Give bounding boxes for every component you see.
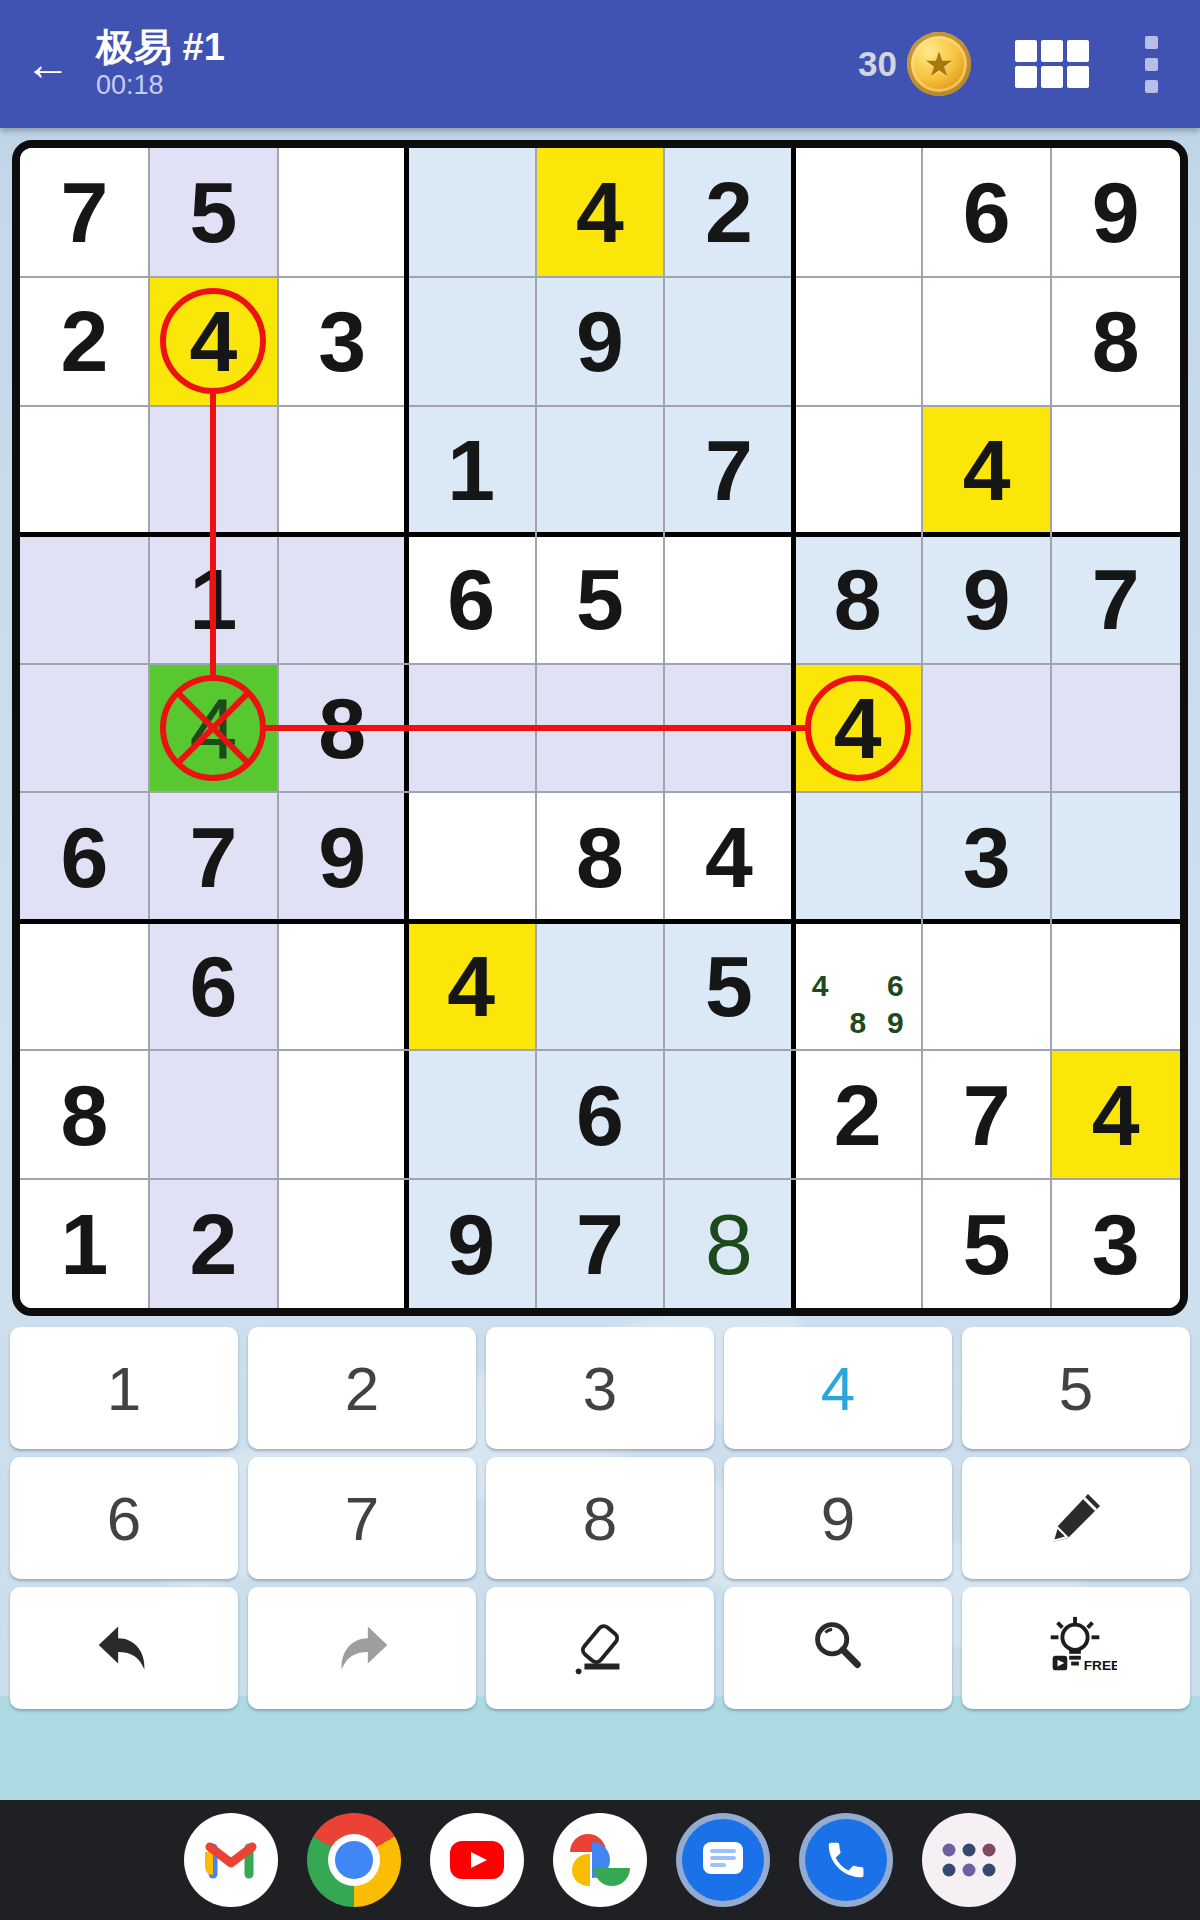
given-digit: 4 xyxy=(834,685,882,771)
cell-r5c6[interactable] xyxy=(664,664,793,793)
given-digit: 6 xyxy=(447,556,495,642)
cell-r1c9[interactable]: 9 xyxy=(1051,148,1180,277)
new-game-grid-icon[interactable] xyxy=(1015,40,1089,88)
cell-r8c9[interactable]: 4 xyxy=(1051,1050,1180,1179)
key-2[interactable]: 2 xyxy=(248,1327,476,1449)
cell-r5c3[interactable]: 8 xyxy=(278,664,407,793)
given-digit: 8 xyxy=(1092,298,1140,384)
cell-r1c5[interactable]: 4 xyxy=(536,148,665,277)
messages-icon[interactable] xyxy=(676,1813,770,1907)
back-arrow-icon: ← xyxy=(25,38,71,90)
given-digit: 8 xyxy=(834,556,882,642)
cell-r9c6[interactable]: 8 xyxy=(664,1179,793,1308)
cell-r8c7[interactable]: 2 xyxy=(793,1050,922,1179)
cell-r8c8[interactable]: 7 xyxy=(922,1050,1051,1179)
pencil-notes: 4689 xyxy=(801,929,914,1042)
given-digit: 8 xyxy=(318,685,366,771)
pencil-mode-button[interactable] xyxy=(962,1457,1190,1579)
cell-r2c6[interactable] xyxy=(664,277,793,406)
key-9[interactable]: 9 xyxy=(724,1457,952,1579)
app-drawer-dots xyxy=(943,1844,996,1877)
android-dock xyxy=(0,1800,1200,1920)
grid-line xyxy=(1050,148,1052,1308)
key-label: 8 xyxy=(583,1483,617,1554)
page-title: 极易 #1 xyxy=(96,27,225,69)
cell-r3c1[interactable] xyxy=(20,406,149,535)
app-drawer-icon[interactable] xyxy=(922,1813,1016,1907)
cell-r8c6[interactable] xyxy=(664,1050,793,1179)
cell-r9c2[interactable]: 2 xyxy=(149,1179,278,1308)
cell-r7c2[interactable]: 6 xyxy=(149,921,278,1050)
given-digit: 2 xyxy=(834,1072,882,1158)
cell-r3c2[interactable] xyxy=(149,406,278,535)
given-digit: 7 xyxy=(61,169,109,255)
cell-r2c9[interactable]: 8 xyxy=(1051,277,1180,406)
given-digit: 8 xyxy=(576,814,624,900)
cell-r3c4[interactable]: 1 xyxy=(407,406,536,535)
keypad-tools-row: FREE xyxy=(10,1587,1190,1709)
cell-r1c8[interactable]: 6 xyxy=(922,148,1051,277)
key-label: 9 xyxy=(821,1483,855,1554)
cell-r2c8[interactable] xyxy=(922,277,1051,406)
game-timer: 00:18 xyxy=(96,70,225,101)
key-5[interactable]: 5 xyxy=(962,1327,1190,1449)
cell-r8c4[interactable] xyxy=(407,1050,536,1179)
given-digit: 8 xyxy=(61,1072,109,1158)
given-digit: 5 xyxy=(963,1201,1011,1287)
cell-r4c6[interactable] xyxy=(664,535,793,664)
grid-line xyxy=(20,791,1180,793)
youtube-play-icon xyxy=(450,1841,504,1879)
given-digit: 4 xyxy=(1092,1072,1140,1158)
chrome-icon[interactable] xyxy=(307,1813,401,1907)
given-digit: 2 xyxy=(189,1201,237,1287)
cell-r6c5[interactable]: 8 xyxy=(536,792,665,921)
given-digit: 4 xyxy=(705,814,753,900)
cell-r5c7[interactable]: 4 xyxy=(793,664,922,793)
top-app-bar: ← 极易 #1 00:18 30 ★ xyxy=(0,0,1200,128)
message-bubble-icon xyxy=(703,1842,743,1874)
key-3[interactable]: 3 xyxy=(486,1327,714,1449)
back-button[interactable]: ← xyxy=(0,37,96,91)
key-label: 3 xyxy=(583,1353,617,1424)
cell-r4c7[interactable]: 8 xyxy=(793,535,922,664)
key-7[interactable]: 7 xyxy=(248,1457,476,1579)
key-label: 6 xyxy=(107,1483,141,1554)
grid-line xyxy=(20,532,1180,537)
given-digit: 6 xyxy=(61,814,109,900)
given-digit: 5 xyxy=(189,169,237,255)
grid-line xyxy=(663,148,665,1308)
given-digit: 7 xyxy=(576,1201,624,1287)
cell-r6c4[interactable] xyxy=(407,792,536,921)
user-digit: 4 xyxy=(189,685,237,771)
keypad-row-2: 6789 xyxy=(10,1457,1190,1579)
cell-r1c4[interactable] xyxy=(407,148,536,277)
grid-line xyxy=(20,663,1180,665)
cell-r8c3[interactable] xyxy=(278,1050,407,1179)
eraser-icon xyxy=(565,1613,635,1683)
cell-r1c6[interactable]: 2 xyxy=(664,148,793,277)
cell-r9c4[interactable]: 9 xyxy=(407,1179,536,1308)
key-label: 1 xyxy=(107,1353,141,1424)
board-cells: 7542692439817416589748467984364546898627… xyxy=(20,148,1180,1308)
cell-r2c5[interactable]: 9 xyxy=(536,277,665,406)
undo-icon xyxy=(89,1613,159,1683)
phone-icon[interactable] xyxy=(799,1813,893,1907)
pencil-icon xyxy=(1044,1486,1108,1550)
given-digit: 4 xyxy=(447,943,495,1029)
cell-r7c5[interactable] xyxy=(536,921,665,1050)
cell-r1c2[interactable]: 5 xyxy=(149,148,278,277)
cell-r3c8[interactable]: 4 xyxy=(922,406,1051,535)
cell-r1c3[interactable] xyxy=(278,148,407,277)
key-6[interactable]: 6 xyxy=(10,1457,238,1579)
coin-count: 30 xyxy=(858,44,897,84)
cell-r4c1[interactable] xyxy=(20,535,149,664)
cell-r9c7[interactable] xyxy=(793,1179,922,1308)
grid-line xyxy=(20,1049,1180,1051)
given-digit: 7 xyxy=(1092,556,1140,642)
given-digit: 9 xyxy=(318,814,366,900)
given-digit: 5 xyxy=(576,556,624,642)
grid-line xyxy=(404,148,409,1308)
grid-line xyxy=(20,919,1180,924)
overflow-menu-icon[interactable] xyxy=(1145,36,1158,93)
key-8[interactable]: 8 xyxy=(486,1457,714,1579)
cell-r6c7[interactable] xyxy=(793,792,922,921)
cell-r3c5[interactable] xyxy=(536,406,665,535)
key-label: 2 xyxy=(345,1353,379,1424)
cell-r9c9[interactable]: 3 xyxy=(1051,1179,1180,1308)
sudoku-board: 7542692439817416589748467984364546898627… xyxy=(12,140,1188,1316)
given-digit: 7 xyxy=(705,427,753,513)
hint-button[interactable]: FREE xyxy=(962,1587,1190,1709)
given-digit: 7 xyxy=(189,814,237,900)
cell-r2c4[interactable] xyxy=(407,277,536,406)
cell-r9c5[interactable]: 7 xyxy=(536,1179,665,1308)
grid-line xyxy=(148,148,150,1308)
grid-line xyxy=(20,1178,1180,1180)
cell-r9c8[interactable]: 5 xyxy=(922,1179,1051,1308)
given-digit: 6 xyxy=(189,943,237,1029)
given-digit: 4 xyxy=(189,298,237,384)
cell-r9c1[interactable]: 1 xyxy=(20,1179,149,1308)
given-digit: 9 xyxy=(963,556,1011,642)
user-digit: 8 xyxy=(705,1201,753,1287)
given-digit: 2 xyxy=(705,169,753,255)
magnifier-icon xyxy=(803,1613,873,1683)
cell-r5c8[interactable] xyxy=(922,664,1051,793)
grid-line xyxy=(791,148,796,1308)
cell-r8c5[interactable]: 6 xyxy=(536,1050,665,1179)
cell-r7c4[interactable]: 4 xyxy=(407,921,536,1050)
eraser-button[interactable] xyxy=(486,1587,714,1709)
youtube-icon[interactable] xyxy=(430,1813,524,1907)
given-digit: 3 xyxy=(963,814,1011,900)
cell-r4c4[interactable]: 6 xyxy=(407,535,536,664)
given-digit: 3 xyxy=(1092,1201,1140,1287)
keypad-row-1: 12345 xyxy=(10,1327,1190,1449)
key-label: 4 xyxy=(821,1353,855,1424)
given-digit: 6 xyxy=(963,169,1011,255)
cell-r3c3[interactable] xyxy=(278,406,407,535)
given-digit: 7 xyxy=(963,1072,1011,1158)
cell-r6c2[interactable]: 7 xyxy=(149,792,278,921)
given-digit: 9 xyxy=(447,1201,495,1287)
given-digit: 9 xyxy=(1092,169,1140,255)
keypad: 12345 6789 xyxy=(10,1327,1190,1717)
cell-r1c7[interactable] xyxy=(793,148,922,277)
cell-r9c3[interactable] xyxy=(278,1179,407,1308)
cell-r6c3[interactable]: 9 xyxy=(278,792,407,921)
given-digit: 1 xyxy=(189,556,237,642)
hint-lightbulb-icon: FREE xyxy=(1035,1613,1117,1683)
cell-r3c6[interactable]: 7 xyxy=(664,406,793,535)
cell-r5c1[interactable] xyxy=(20,664,149,793)
redo-button[interactable] xyxy=(248,1587,476,1709)
given-digit: 2 xyxy=(61,298,109,384)
grid-line xyxy=(535,148,537,1308)
given-digit: 9 xyxy=(576,298,624,384)
cell-r2c2[interactable]: 4 xyxy=(149,277,278,406)
cell-r7c9[interactable] xyxy=(1051,921,1180,1050)
cell-r7c6[interactable]: 5 xyxy=(664,921,793,1050)
cell-r5c5[interactable] xyxy=(536,664,665,793)
key-1[interactable]: 1 xyxy=(10,1327,238,1449)
cell-r4c5[interactable]: 5 xyxy=(536,535,665,664)
cell-r5c9[interactable] xyxy=(1051,664,1180,793)
grid-line xyxy=(20,405,1180,407)
search-button[interactable] xyxy=(724,1587,952,1709)
gmail-icon[interactable] xyxy=(184,1813,278,1907)
given-digit: 3 xyxy=(318,298,366,384)
given-digit: 1 xyxy=(447,427,495,513)
key-label: 5 xyxy=(1059,1353,1093,1424)
cell-r6c8[interactable]: 3 xyxy=(922,792,1051,921)
cell-r1c1[interactable]: 7 xyxy=(20,148,149,277)
google-photos-icon[interactable] xyxy=(553,1813,647,1907)
coin-icon[interactable]: ★ xyxy=(907,32,971,96)
given-digit: 6 xyxy=(576,1072,624,1158)
cell-r4c9[interactable]: 7 xyxy=(1051,535,1180,664)
cell-r2c1[interactable]: 2 xyxy=(20,277,149,406)
cell-r3c7[interactable] xyxy=(793,406,922,535)
redo-icon xyxy=(327,1613,397,1683)
cell-r4c8[interactable]: 9 xyxy=(922,535,1051,664)
cell-r3c9[interactable] xyxy=(1051,406,1180,535)
cell-r4c2[interactable]: 1 xyxy=(149,535,278,664)
key-label: 7 xyxy=(345,1483,379,1554)
cell-r7c3[interactable] xyxy=(278,921,407,1050)
grid-line xyxy=(921,148,923,1308)
grid-line xyxy=(20,276,1180,278)
cell-r6c9[interactable] xyxy=(1051,792,1180,921)
hint-free-badge: FREE xyxy=(1084,1658,1117,1673)
given-digit: 5 xyxy=(705,943,753,1029)
cell-r7c7[interactable]: 4689 xyxy=(793,921,922,1050)
key-4[interactable]: 4 xyxy=(724,1327,952,1449)
grid-line xyxy=(277,148,279,1308)
cell-r5c4[interactable] xyxy=(407,664,536,793)
cell-r6c1[interactable]: 6 xyxy=(20,792,149,921)
cell-r6c6[interactable]: 4 xyxy=(664,792,793,921)
cell-r2c3[interactable]: 3 xyxy=(278,277,407,406)
cell-r8c1[interactable]: 8 xyxy=(20,1050,149,1179)
cell-r5c2[interactable]: 4 xyxy=(149,664,278,793)
given-digit: 4 xyxy=(963,427,1011,513)
cell-r4c3[interactable] xyxy=(278,535,407,664)
given-digit: 1 xyxy=(61,1201,109,1287)
cell-r2c7[interactable] xyxy=(793,277,922,406)
cell-r8c2[interactable] xyxy=(149,1050,278,1179)
given-digit: 4 xyxy=(576,169,624,255)
undo-button[interactable] xyxy=(10,1587,238,1709)
cell-r7c8[interactable] xyxy=(922,921,1051,1050)
cell-r7c1[interactable] xyxy=(20,921,149,1050)
star-icon: ★ xyxy=(924,47,954,81)
